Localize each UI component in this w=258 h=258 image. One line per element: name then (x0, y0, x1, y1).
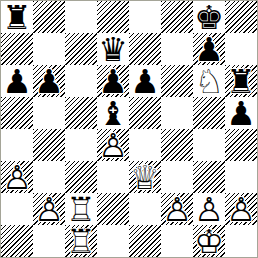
square-g6[interactable]: ♞♘ (193, 65, 225, 97)
square-h4[interactable] (225, 129, 257, 161)
square-h7[interactable] (225, 33, 257, 65)
square-b6[interactable]: ♟ (33, 65, 65, 97)
square-d4[interactable]: ♟♙ (97, 129, 129, 161)
piece-black-king[interactable]: ♚ (193, 1, 225, 33)
piece-black-pawn[interactable]: ♟ (129, 65, 161, 97)
square-h3[interactable] (225, 161, 257, 193)
square-h5[interactable]: ♟ (225, 97, 257, 129)
square-g4[interactable] (193, 129, 225, 161)
square-g5[interactable] (193, 97, 225, 129)
piece-glyph: ♕ (129, 161, 161, 193)
square-h8[interactable] (225, 1, 257, 33)
chess-board: ♜♚♛♟♟♟♟♟♞♘♜♝♟♟♙♟♙♛♕♟♙♜♖♟♙♟♙♟♙♜♖♚♔ (0, 0, 258, 258)
square-e5[interactable] (129, 97, 161, 129)
piece-white-pawn[interactable]: ♟♙ (225, 193, 257, 225)
square-a7[interactable] (1, 33, 33, 65)
square-c1[interactable]: ♜♖ (65, 225, 97, 257)
piece-black-pawn[interactable]: ♟ (1, 65, 33, 97)
square-h6[interactable]: ♜ (225, 65, 257, 97)
square-c8[interactable] (65, 1, 97, 33)
piece-glyph: ♙ (161, 193, 193, 225)
square-h2[interactable]: ♟♙ (225, 193, 257, 225)
piece-black-queen[interactable]: ♛ (97, 33, 129, 65)
square-a4[interactable] (1, 129, 33, 161)
square-e8[interactable] (129, 1, 161, 33)
piece-white-pawn[interactable]: ♟♙ (161, 193, 193, 225)
piece-glyph: ♟ (33, 65, 65, 97)
square-f8[interactable] (161, 1, 193, 33)
square-b8[interactable] (33, 1, 65, 33)
square-f3[interactable] (161, 161, 193, 193)
square-a3[interactable]: ♟♙ (1, 161, 33, 193)
square-d3[interactable] (97, 161, 129, 193)
piece-glyph: ♙ (97, 129, 129, 161)
piece-white-pawn[interactable]: ♟♙ (193, 193, 225, 225)
square-e4[interactable] (129, 129, 161, 161)
square-a8[interactable]: ♜ (1, 1, 33, 33)
piece-glyph: ♝ (97, 97, 129, 129)
piece-glyph: ♚ (193, 1, 225, 33)
square-f2[interactable]: ♟♙ (161, 193, 193, 225)
piece-white-pawn[interactable]: ♟♙ (1, 161, 33, 193)
square-d8[interactable] (97, 1, 129, 33)
square-b1[interactable] (33, 225, 65, 257)
square-e7[interactable] (129, 33, 161, 65)
square-d6[interactable]: ♟ (97, 65, 129, 97)
square-f5[interactable] (161, 97, 193, 129)
square-f4[interactable] (161, 129, 193, 161)
piece-glyph: ♙ (193, 193, 225, 225)
square-f6[interactable] (161, 65, 193, 97)
piece-white-rook[interactable]: ♜♖ (65, 225, 97, 257)
piece-glyph: ♟ (129, 65, 161, 97)
square-g7[interactable]: ♟ (193, 33, 225, 65)
piece-glyph: ♜ (1, 1, 33, 33)
square-d7[interactable]: ♛ (97, 33, 129, 65)
piece-glyph: ♘ (193, 65, 225, 97)
piece-black-rook[interactable]: ♜ (1, 1, 33, 33)
square-b7[interactable] (33, 33, 65, 65)
piece-black-pawn[interactable]: ♟ (225, 97, 257, 129)
piece-glyph: ♟ (225, 97, 257, 129)
piece-glyph: ♙ (225, 193, 257, 225)
piece-white-pawn[interactable]: ♟♙ (97, 129, 129, 161)
square-a5[interactable] (1, 97, 33, 129)
piece-black-bishop[interactable]: ♝ (97, 97, 129, 129)
square-d2[interactable] (97, 193, 129, 225)
square-b4[interactable] (33, 129, 65, 161)
square-e1[interactable] (129, 225, 161, 257)
piece-black-pawn[interactable]: ♟ (193, 33, 225, 65)
square-d1[interactable] (97, 225, 129, 257)
piece-glyph: ♖ (65, 193, 97, 225)
square-a1[interactable] (1, 225, 33, 257)
piece-white-king[interactable]: ♚♔ (193, 225, 225, 257)
square-f1[interactable] (161, 225, 193, 257)
piece-glyph: ♖ (65, 225, 97, 257)
square-c4[interactable] (65, 129, 97, 161)
piece-white-rook[interactable]: ♜♖ (65, 193, 97, 225)
piece-glyph: ♟ (1, 65, 33, 97)
square-b2[interactable]: ♟♙ (33, 193, 65, 225)
square-e3[interactable]: ♛♕ (129, 161, 161, 193)
piece-white-knight[interactable]: ♞♘ (193, 65, 225, 97)
square-d5[interactable]: ♝ (97, 97, 129, 129)
square-g1[interactable]: ♚♔ (193, 225, 225, 257)
piece-glyph: ♛ (97, 33, 129, 65)
piece-glyph: ♟ (193, 33, 225, 65)
piece-glyph: ♙ (1, 161, 33, 193)
square-b3[interactable] (33, 161, 65, 193)
square-a6[interactable]: ♟ (1, 65, 33, 97)
square-c5[interactable] (65, 97, 97, 129)
square-b5[interactable] (33, 97, 65, 129)
square-c7[interactable] (65, 33, 97, 65)
square-c6[interactable] (65, 65, 97, 97)
piece-black-pawn[interactable]: ♟ (97, 65, 129, 97)
piece-black-rook[interactable]: ♜ (225, 65, 257, 97)
piece-glyph: ♟ (97, 65, 129, 97)
square-c2[interactable]: ♜♖ (65, 193, 97, 225)
square-g3[interactable] (193, 161, 225, 193)
piece-black-pawn[interactable]: ♟ (33, 65, 65, 97)
square-c3[interactable] (65, 161, 97, 193)
piece-glyph: ♜ (225, 65, 257, 97)
piece-white-pawn[interactable]: ♟♙ (33, 193, 65, 225)
square-h1[interactable] (225, 225, 257, 257)
piece-white-queen[interactable]: ♛♕ (129, 161, 161, 193)
piece-glyph: ♔ (193, 225, 225, 257)
piece-glyph: ♙ (33, 193, 65, 225)
square-g8[interactable]: ♚ (193, 1, 225, 33)
square-e6[interactable]: ♟ (129, 65, 161, 97)
square-g2[interactable]: ♟♙ (193, 193, 225, 225)
square-f7[interactable] (161, 33, 193, 65)
square-e2[interactable] (129, 193, 161, 225)
square-a2[interactable] (1, 193, 33, 225)
